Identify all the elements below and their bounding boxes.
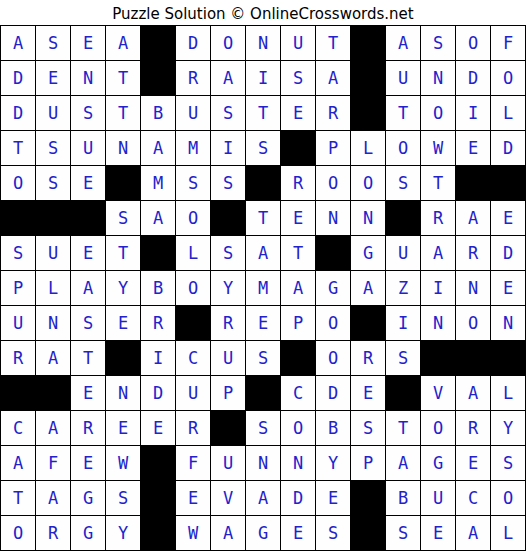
letter-cell-r8c14: N: [456, 271, 490, 305]
letter-cell-r15c14: A: [456, 516, 490, 550]
letter-cell-r3c12: T: [386, 96, 420, 130]
black-cell-r7c10: [316, 236, 350, 270]
letter-cell-r13c15: S: [491, 446, 525, 480]
letter-cell-r15c4: Y: [106, 516, 140, 550]
letter-cell-r5c13: T: [421, 166, 455, 200]
black-cell-r15c11: [351, 516, 385, 550]
letter-cell-r4c3: U: [71, 131, 105, 165]
letter-cell-r4c1: T: [1, 131, 35, 165]
letter-cell-r10c3: T: [71, 341, 105, 375]
letter-cell-r4c12: O: [386, 131, 420, 165]
letter-cell-r4c4: N: [106, 131, 140, 165]
letter-cell-r3c15: L: [491, 96, 525, 130]
letter-cell-r7c6: L: [176, 236, 210, 270]
letter-cell-r6c11: N: [351, 201, 385, 235]
letter-cell-r12c8: S: [246, 411, 280, 445]
letter-cell-r4c10: P: [316, 131, 350, 165]
letter-cell-r2c2: E: [36, 61, 70, 95]
black-cell-r11c1: [1, 376, 35, 410]
black-cell-r14c11: [351, 481, 385, 515]
letter-cell-r9c2: N: [36, 306, 70, 340]
letter-cell-r7c11: G: [351, 236, 385, 270]
letter-cell-r12c15: Y: [491, 411, 525, 445]
letter-cell-r13c1: A: [1, 446, 35, 480]
letter-cell-r1c2: S: [36, 26, 70, 60]
letter-cell-r15c8: G: [246, 516, 280, 550]
black-cell-r9c11: [351, 306, 385, 340]
letter-cell-r8c11: A: [351, 271, 385, 305]
letter-cell-r13c11: P: [351, 446, 385, 480]
crossword-board: ASEADONUTASOFDENTRAISAUNDODUSTBUSTERTOIL…: [0, 25, 526, 551]
letter-cell-r1c14: O: [456, 26, 490, 60]
letter-cell-r12c13: O: [421, 411, 455, 445]
black-cell-r1c5: [141, 26, 175, 60]
letter-cell-r12c14: R: [456, 411, 490, 445]
letter-cell-r5c7: S: [211, 166, 245, 200]
letter-cell-r11c15: L: [491, 376, 525, 410]
black-cell-r6c1: [1, 201, 35, 235]
letter-cell-r6c13: R: [421, 201, 455, 235]
letter-cell-r6c5: A: [141, 201, 175, 235]
letter-cell-r5c2: S: [36, 166, 70, 200]
black-cell-r12c7: [211, 411, 245, 445]
letter-cell-r12c9: O: [281, 411, 315, 445]
letter-cell-r1c6: D: [176, 26, 210, 60]
letter-cell-r5c5: M: [141, 166, 175, 200]
letter-cell-r8c10: G: [316, 271, 350, 305]
letter-cell-r10c5: I: [141, 341, 175, 375]
letter-cell-r8c15: E: [491, 271, 525, 305]
letter-cell-r13c12: A: [386, 446, 420, 480]
black-cell-r4c9: [281, 131, 315, 165]
letter-cell-r8c4: Y: [106, 271, 140, 305]
letter-cell-r3c13: O: [421, 96, 455, 130]
letter-cell-r14c6: E: [176, 481, 210, 515]
letter-cell-r11c3: E: [71, 376, 105, 410]
letter-cell-r14c2: A: [36, 481, 70, 515]
black-cell-r5c15: [491, 166, 525, 200]
letter-cell-r11c6: U: [176, 376, 210, 410]
letter-cell-r7c12: U: [386, 236, 420, 270]
black-cell-r13c5: [141, 446, 175, 480]
letter-cell-r12c4: E: [106, 411, 140, 445]
letter-cell-r12c2: A: [36, 411, 70, 445]
letter-cell-r11c11: E: [351, 376, 385, 410]
black-cell-r7c5: [141, 236, 175, 270]
letter-cell-r14c14: C: [456, 481, 490, 515]
letter-cell-r8c5: B: [141, 271, 175, 305]
letter-cell-r14c8: A: [246, 481, 280, 515]
letter-cell-r10c12: S: [386, 341, 420, 375]
letter-cell-r13c10: Y: [316, 446, 350, 480]
letter-cell-r2c6: R: [176, 61, 210, 95]
letter-cell-r8c2: L: [36, 271, 70, 305]
black-cell-r15c5: [141, 516, 175, 550]
letter-cell-r4c7: I: [211, 131, 245, 165]
black-cell-r1c11: [351, 26, 385, 60]
letter-cell-r4c14: E: [456, 131, 490, 165]
letter-cell-r6c15: E: [491, 201, 525, 235]
letter-cell-r5c3: E: [71, 166, 105, 200]
letter-cell-r1c7: O: [211, 26, 245, 60]
black-cell-r6c12: [386, 201, 420, 235]
letter-cell-r12c1: C: [1, 411, 35, 445]
letter-cell-r10c11: R: [351, 341, 385, 375]
letter-cell-r15c6: W: [176, 516, 210, 550]
letter-cell-r11c14: A: [456, 376, 490, 410]
letter-cell-r8c9: A: [281, 271, 315, 305]
letter-cell-r10c1: R: [1, 341, 35, 375]
letter-cell-r2c12: U: [386, 61, 420, 95]
letter-cell-r14c9: D: [281, 481, 315, 515]
letter-cell-r7c3: E: [71, 236, 105, 270]
black-cell-r10c13: [421, 341, 455, 375]
black-cell-r10c15: [491, 341, 525, 375]
letter-cell-r1c8: N: [246, 26, 280, 60]
letter-cell-r4c11: L: [351, 131, 385, 165]
letter-cell-r15c9: E: [281, 516, 315, 550]
letter-cell-r14c3: G: [71, 481, 105, 515]
letter-cell-r4c5: A: [141, 131, 175, 165]
letter-cell-r11c13: V: [421, 376, 455, 410]
letter-cell-r12c10: B: [316, 411, 350, 445]
letter-cell-r9c8: E: [246, 306, 280, 340]
letter-cell-r10c8: S: [246, 341, 280, 375]
letter-cell-r14c1: T: [1, 481, 35, 515]
letter-cell-r8c12: Z: [386, 271, 420, 305]
letter-cell-r6c6: O: [176, 201, 210, 235]
letter-cell-r14c7: V: [211, 481, 245, 515]
letter-cell-r6c14: A: [456, 201, 490, 235]
letter-cell-r15c3: G: [71, 516, 105, 550]
black-cell-r11c8: [246, 376, 280, 410]
letter-cell-r1c1: A: [1, 26, 35, 60]
letter-cell-r6c8: T: [246, 201, 280, 235]
black-cell-r14c5: [141, 481, 175, 515]
letter-cell-r11c4: N: [106, 376, 140, 410]
black-cell-r5c14: [456, 166, 490, 200]
letter-cell-r14c15: O: [491, 481, 525, 515]
letter-cell-r15c1: O: [1, 516, 35, 550]
black-cell-r2c5: [141, 61, 175, 95]
letter-cell-r1c10: T: [316, 26, 350, 60]
letter-cell-r15c2: R: [36, 516, 70, 550]
letter-cell-r11c10: D: [316, 376, 350, 410]
letter-cell-r6c10: N: [316, 201, 350, 235]
letter-cell-r9c12: I: [386, 306, 420, 340]
letter-cell-r5c11: O: [351, 166, 385, 200]
page-title: Puzzle Solution © OnlineCrosswords.net: [0, 0, 526, 25]
letter-cell-r10c6: C: [176, 341, 210, 375]
letter-cell-r6c9: E: [281, 201, 315, 235]
letter-cell-r8c1: P: [1, 271, 35, 305]
letter-cell-r13c8: N: [246, 446, 280, 480]
letter-cell-r3c10: R: [316, 96, 350, 130]
letter-cell-r3c6: U: [176, 96, 210, 130]
letter-cell-r9c10: O: [316, 306, 350, 340]
letter-cell-r3c2: U: [36, 96, 70, 130]
letter-cell-r8c6: O: [176, 271, 210, 305]
letter-cell-r7c4: T: [106, 236, 140, 270]
black-cell-r5c8: [246, 166, 280, 200]
letter-cell-r1c13: S: [421, 26, 455, 60]
letter-cell-r12c12: T: [386, 411, 420, 445]
letter-cell-r9c1: U: [1, 306, 35, 340]
letter-cell-r7c14: R: [456, 236, 490, 270]
letter-cell-r14c13: U: [421, 481, 455, 515]
letter-cell-r9c14: O: [456, 306, 490, 340]
letter-cell-r13c9: N: [281, 446, 315, 480]
letter-cell-r4c8: S: [246, 131, 280, 165]
letter-cell-r1c15: F: [491, 26, 525, 60]
letter-cell-r1c4: A: [106, 26, 140, 60]
black-cell-r6c2: [36, 201, 70, 235]
letter-cell-r7c7: S: [211, 236, 245, 270]
letter-cell-r12c6: R: [176, 411, 210, 445]
letter-cell-r13c14: E: [456, 446, 490, 480]
letter-cell-r7c13: A: [421, 236, 455, 270]
letter-cell-r3c14: I: [456, 96, 490, 130]
letter-cell-r12c3: R: [71, 411, 105, 445]
letter-cell-r13c13: G: [421, 446, 455, 480]
letter-cell-r9c7: R: [211, 306, 245, 340]
letter-cell-r14c4: S: [106, 481, 140, 515]
black-cell-r10c9: [281, 341, 315, 375]
letter-cell-r11c5: D: [141, 376, 175, 410]
black-cell-r9c6: [176, 306, 210, 340]
letter-cell-r4c2: S: [36, 131, 70, 165]
puzzle-solution-page: Puzzle Solution © OnlineCrosswords.net A…: [0, 0, 526, 551]
letter-cell-r1c9: U: [281, 26, 315, 60]
letter-cell-r2c1: D: [1, 61, 35, 95]
letter-cell-r9c15: N: [491, 306, 525, 340]
letter-cell-r5c1: O: [1, 166, 35, 200]
letter-cell-r2c14: D: [456, 61, 490, 95]
letter-cell-r9c4: E: [106, 306, 140, 340]
letter-cell-r7c1: S: [1, 236, 35, 270]
letter-cell-r12c11: S: [351, 411, 385, 445]
letter-cell-r3c9: E: [281, 96, 315, 130]
letter-cell-r5c6: S: [176, 166, 210, 200]
letter-cell-r9c9: P: [281, 306, 315, 340]
black-cell-r3c11: [351, 96, 385, 130]
black-cell-r5c4: [106, 166, 140, 200]
letter-cell-r9c13: N: [421, 306, 455, 340]
letter-cell-r5c10: O: [316, 166, 350, 200]
letter-cell-r2c10: A: [316, 61, 350, 95]
letter-cell-r15c10: S: [316, 516, 350, 550]
letter-cell-r3c7: S: [211, 96, 245, 130]
letter-cell-r7c8: A: [246, 236, 280, 270]
letter-cell-r2c4: T: [106, 61, 140, 95]
letter-cell-r3c8: T: [246, 96, 280, 130]
letter-cell-r3c3: S: [71, 96, 105, 130]
letter-cell-r13c2: F: [36, 446, 70, 480]
letter-cell-r6c4: S: [106, 201, 140, 235]
black-cell-r11c12: [386, 376, 420, 410]
letter-cell-r15c13: E: [421, 516, 455, 550]
letter-cell-r7c9: T: [281, 236, 315, 270]
letter-cell-r5c12: S: [386, 166, 420, 200]
letter-cell-r12c5: E: [141, 411, 175, 445]
letter-cell-r14c10: E: [316, 481, 350, 515]
letter-cell-r8c3: A: [71, 271, 105, 305]
black-cell-r11c2: [36, 376, 70, 410]
letter-cell-r15c15: L: [491, 516, 525, 550]
letter-cell-r5c9: R: [281, 166, 315, 200]
black-cell-r6c7: [211, 201, 245, 235]
letter-cell-r13c4: W: [106, 446, 140, 480]
letter-cell-r4c13: W: [421, 131, 455, 165]
letter-cell-r13c7: U: [211, 446, 245, 480]
letter-cell-r10c7: U: [211, 341, 245, 375]
letter-cell-r9c5: R: [141, 306, 175, 340]
letter-cell-r3c1: D: [1, 96, 35, 130]
letter-cell-r2c8: I: [246, 61, 280, 95]
letter-cell-r7c2: U: [36, 236, 70, 270]
letter-cell-r4c15: D: [491, 131, 525, 165]
black-cell-r10c4: [106, 341, 140, 375]
black-cell-r6c3: [71, 201, 105, 235]
letter-cell-r14c12: B: [386, 481, 420, 515]
letter-cell-r2c7: A: [211, 61, 245, 95]
letter-cell-r10c10: O: [316, 341, 350, 375]
letter-cell-r13c3: E: [71, 446, 105, 480]
letter-cell-r11c9: C: [281, 376, 315, 410]
letter-cell-r8c7: Y: [211, 271, 245, 305]
letter-cell-r4c6: M: [176, 131, 210, 165]
letter-cell-r2c3: N: [71, 61, 105, 95]
letter-cell-r2c9: S: [281, 61, 315, 95]
letter-cell-r3c5: B: [141, 96, 175, 130]
letter-cell-r7c15: D: [491, 236, 525, 270]
letter-cell-r8c8: M: [246, 271, 280, 305]
letter-cell-r15c12: S: [386, 516, 420, 550]
letter-cell-r1c3: E: [71, 26, 105, 60]
letter-cell-r13c6: F: [176, 446, 210, 480]
letter-cell-r2c13: N: [421, 61, 455, 95]
letter-cell-r9c3: S: [71, 306, 105, 340]
letter-cell-r8c13: I: [421, 271, 455, 305]
black-cell-r2c11: [351, 61, 385, 95]
letter-cell-r3c4: T: [106, 96, 140, 130]
letter-cell-r1c12: A: [386, 26, 420, 60]
letter-cell-r11c7: P: [211, 376, 245, 410]
black-cell-r10c14: [456, 341, 490, 375]
letter-cell-r15c7: A: [211, 516, 245, 550]
letter-cell-r10c2: A: [36, 341, 70, 375]
letter-cell-r2c15: O: [491, 61, 525, 95]
